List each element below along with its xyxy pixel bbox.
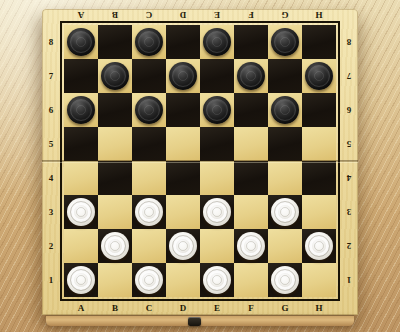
square-a4[interactable]: [64, 161, 98, 195]
white-checker[interactable]: [305, 232, 333, 260]
square-h2[interactable]: [302, 229, 336, 263]
file-label-bottom-f: F: [234, 301, 268, 315]
square-g8[interactable]: [268, 25, 302, 59]
square-a8[interactable]: [64, 25, 98, 59]
square-g2[interactable]: [268, 229, 302, 263]
square-g5[interactable]: [268, 127, 302, 161]
square-f5[interactable]: [234, 127, 268, 161]
square-e7[interactable]: [200, 59, 234, 93]
square-c3[interactable]: [132, 195, 166, 229]
rank-label-right-7: 7: [340, 59, 358, 93]
white-checker[interactable]: [67, 198, 95, 226]
metal-clasp-icon: [188, 317, 201, 326]
white-checker[interactable]: [271, 198, 299, 226]
square-h1[interactable]: [302, 263, 336, 297]
file-label-bottom-b: B: [98, 301, 132, 315]
square-d2[interactable]: [166, 229, 200, 263]
rank-label-right-3: 3: [340, 195, 358, 229]
square-e4[interactable]: [200, 161, 234, 195]
square-g4[interactable]: [268, 161, 302, 195]
square-f6[interactable]: [234, 93, 268, 127]
white-checker[interactable]: [203, 266, 231, 294]
file-label-bottom-d: D: [166, 301, 200, 315]
rank-label-left-5: 5: [42, 127, 60, 161]
square-f2[interactable]: [234, 229, 268, 263]
black-checker[interactable]: [203, 96, 231, 124]
square-d3[interactable]: [166, 195, 200, 229]
rank-label-right-8: 8: [340, 25, 358, 59]
white-checker[interactable]: [203, 198, 231, 226]
rank-label-left-2: 2: [42, 229, 60, 263]
file-label-bottom-a: A: [64, 301, 98, 315]
square-b2[interactable]: [98, 229, 132, 263]
file-label-bottom-e: E: [200, 301, 234, 315]
file-label-bottom-c: C: [132, 301, 166, 315]
square-f1[interactable]: [234, 263, 268, 297]
black-checker[interactable]: [271, 96, 299, 124]
square-c6[interactable]: [132, 93, 166, 127]
square-g3[interactable]: [268, 195, 302, 229]
black-checker[interactable]: [135, 28, 163, 56]
square-b7[interactable]: [98, 59, 132, 93]
file-labels-bottom: ABCDEFGH: [64, 301, 336, 315]
rank-label-left-6: 6: [42, 93, 60, 127]
rank-label-left-4: 4: [42, 161, 60, 195]
square-c2[interactable]: [132, 229, 166, 263]
square-d7[interactable]: [166, 59, 200, 93]
square-e2[interactable]: [200, 229, 234, 263]
square-c7[interactable]: [132, 59, 166, 93]
square-d4[interactable]: [166, 161, 200, 195]
rank-label-left-8: 8: [42, 25, 60, 59]
rank-label-right-4: 4: [340, 161, 358, 195]
square-h6[interactable]: [302, 93, 336, 127]
square-c8[interactable]: [132, 25, 166, 59]
square-h4[interactable]: [302, 161, 336, 195]
file-label-bottom-h: H: [302, 301, 336, 315]
table-surface: ABCDEFGH ABCDEFGH 87654321 87654321: [0, 0, 400, 332]
square-f8[interactable]: [234, 25, 268, 59]
square-a6[interactable]: [64, 93, 98, 127]
square-a3[interactable]: [64, 195, 98, 229]
square-g6[interactable]: [268, 93, 302, 127]
square-g1[interactable]: [268, 263, 302, 297]
board-front-edge: [46, 315, 354, 326]
square-a1[interactable]: [64, 263, 98, 297]
file-label-bottom-g: G: [268, 301, 302, 315]
square-e6[interactable]: [200, 93, 234, 127]
white-checker[interactable]: [101, 232, 129, 260]
rank-label-left-1: 1: [42, 263, 60, 297]
square-h5[interactable]: [302, 127, 336, 161]
rank-labels-right: 87654321: [340, 25, 358, 297]
white-checker[interactable]: [135, 266, 163, 294]
rank-label-left-3: 3: [42, 195, 60, 229]
square-a2[interactable]: [64, 229, 98, 263]
square-c5[interactable]: [132, 127, 166, 161]
square-e3[interactable]: [200, 195, 234, 229]
checkers-board: ABCDEFGH ABCDEFGH 87654321 87654321: [42, 9, 358, 315]
black-checker[interactable]: [169, 62, 197, 90]
square-h8[interactable]: [302, 25, 336, 59]
square-h7[interactable]: [302, 59, 336, 93]
playing-area: [60, 21, 340, 301]
black-checker[interactable]: [305, 62, 333, 90]
black-checker[interactable]: [67, 28, 95, 56]
square-d1[interactable]: [166, 263, 200, 297]
black-checker[interactable]: [203, 28, 231, 56]
rank-label-right-6: 6: [340, 93, 358, 127]
black-checker[interactable]: [101, 62, 129, 90]
white-checker[interactable]: [67, 266, 95, 294]
rank-label-right-5: 5: [340, 127, 358, 161]
square-f7[interactable]: [234, 59, 268, 93]
white-checker[interactable]: [271, 266, 299, 294]
square-b6[interactable]: [98, 93, 132, 127]
rank-label-right-1: 1: [340, 263, 358, 297]
square-e5[interactable]: [200, 127, 234, 161]
square-c4[interactable]: [132, 161, 166, 195]
square-d5[interactable]: [166, 127, 200, 161]
square-f4[interactable]: [234, 161, 268, 195]
board-grid: [64, 25, 336, 297]
square-b1[interactable]: [98, 263, 132, 297]
square-b3[interactable]: [98, 195, 132, 229]
square-a5[interactable]: [64, 127, 98, 161]
black-checker[interactable]: [271, 28, 299, 56]
square-b5[interactable]: [98, 127, 132, 161]
square-b8[interactable]: [98, 25, 132, 59]
square-d8[interactable]: [166, 25, 200, 59]
rank-label-left-7: 7: [42, 59, 60, 93]
white-checker[interactable]: [135, 198, 163, 226]
black-checker[interactable]: [135, 96, 163, 124]
white-checker[interactable]: [237, 232, 265, 260]
white-checker[interactable]: [169, 232, 197, 260]
square-g7[interactable]: [268, 59, 302, 93]
square-c1[interactable]: [132, 263, 166, 297]
black-checker[interactable]: [237, 62, 265, 90]
black-checker[interactable]: [67, 96, 95, 124]
rank-label-right-2: 2: [340, 229, 358, 263]
square-h3[interactable]: [302, 195, 336, 229]
square-d6[interactable]: [166, 93, 200, 127]
square-f3[interactable]: [234, 195, 268, 229]
square-a7[interactable]: [64, 59, 98, 93]
rank-labels-left: 87654321: [42, 25, 60, 297]
square-e8[interactable]: [200, 25, 234, 59]
square-e1[interactable]: [200, 263, 234, 297]
square-b4[interactable]: [98, 161, 132, 195]
